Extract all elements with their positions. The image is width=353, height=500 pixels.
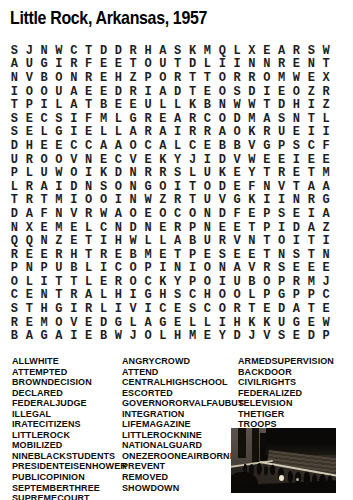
grid-cell: G bbox=[37, 58, 52, 72]
grid-cell: G bbox=[141, 289, 156, 303]
grid-cell: O bbox=[259, 71, 274, 85]
grid-cell: A bbox=[141, 316, 156, 330]
grid-cell: B bbox=[7, 329, 22, 343]
grid-cell: O bbox=[215, 289, 230, 303]
grid-cell: T bbox=[81, 234, 96, 248]
grid-cell: E bbox=[96, 71, 111, 85]
grid-cell: E bbox=[289, 262, 304, 276]
grid-cell: E bbox=[111, 98, 126, 112]
grid-cell: Z bbox=[52, 234, 67, 248]
grid-cell: A bbox=[304, 180, 319, 194]
grid-cell: E bbox=[230, 248, 245, 262]
grid-cell: A bbox=[230, 262, 245, 276]
grid-cell: D bbox=[170, 85, 185, 99]
grid-cell: C bbox=[200, 112, 215, 126]
grid-cell: D bbox=[274, 98, 289, 112]
grid-cell: P bbox=[274, 139, 289, 153]
grid-cell: I bbox=[111, 194, 126, 208]
grid-cell: E bbox=[96, 58, 111, 72]
grid-cell: O bbox=[22, 85, 37, 99]
grid-cell: K bbox=[96, 166, 111, 180]
word-list-item: GOVERNORORVALFAUBUS bbox=[122, 398, 244, 409]
grid-cell: C bbox=[111, 262, 126, 276]
grid-cell: L bbox=[170, 139, 185, 153]
grid-cell: I bbox=[259, 194, 274, 208]
grid-cell: E bbox=[22, 289, 37, 303]
grid-cell: L bbox=[230, 44, 245, 58]
grid-cell: E bbox=[37, 248, 52, 262]
grid-cell: A bbox=[66, 98, 81, 112]
grid-cell: U bbox=[200, 194, 215, 208]
grid-cell: Z bbox=[319, 98, 334, 112]
grid-cell: A bbox=[66, 85, 81, 99]
grid-cell: H bbox=[111, 234, 126, 248]
grid-cell: O bbox=[259, 275, 274, 289]
grid-cell: V bbox=[215, 194, 230, 208]
grid-cell: M bbox=[304, 275, 319, 289]
grid-cell: G bbox=[37, 329, 52, 343]
grid-cell: R bbox=[66, 58, 81, 72]
grid-cell: E bbox=[259, 302, 274, 316]
grid-cell: T bbox=[81, 248, 96, 262]
grid-cell: F bbox=[81, 112, 96, 126]
grid-cell: Q bbox=[215, 44, 230, 58]
grid-cell: E bbox=[126, 98, 141, 112]
grid-cell: B bbox=[126, 248, 141, 262]
grid-cell: D bbox=[66, 180, 81, 194]
grid-cell: E bbox=[274, 153, 289, 167]
grid-cell: T bbox=[185, 180, 200, 194]
grid-cell: S bbox=[52, 112, 67, 126]
word-list-item: CENTRALHIGHSCHOOL bbox=[122, 377, 244, 388]
grid-cell: A bbox=[215, 126, 230, 140]
grid-cell: H bbox=[170, 329, 185, 343]
grid-cell: H bbox=[230, 316, 245, 330]
grid-cell: W bbox=[245, 98, 260, 112]
grid-cell: I bbox=[274, 221, 289, 235]
grid-cell: O bbox=[155, 180, 170, 194]
grid-cell: E bbox=[304, 316, 319, 330]
grid-cell: U bbox=[200, 166, 215, 180]
grid-cell: V bbox=[66, 316, 81, 330]
grid-cell: Y bbox=[170, 153, 185, 167]
grid-cell: C bbox=[96, 221, 111, 235]
grid-cell: I bbox=[304, 126, 319, 140]
word-list-item: ESCORTED bbox=[122, 388, 244, 399]
grid-cell: E bbox=[52, 139, 67, 153]
grid-cell: E bbox=[22, 126, 37, 140]
grid-cell: E bbox=[319, 262, 334, 276]
grid-cell: N bbox=[289, 112, 304, 126]
grid-cell: I bbox=[259, 85, 274, 99]
grid-cell: Y bbox=[170, 275, 185, 289]
grid-cell: Y bbox=[215, 329, 230, 343]
grid-cell: D bbox=[126, 221, 141, 235]
grid-cell: C bbox=[66, 139, 81, 153]
grid-cell: E bbox=[245, 248, 260, 262]
grid-cell: R bbox=[185, 126, 200, 140]
grid-cell: I bbox=[66, 329, 81, 343]
grid-cell: I bbox=[319, 126, 334, 140]
grid-cell: E bbox=[22, 112, 37, 126]
grid-cell: M bbox=[37, 316, 52, 330]
word-list-item: ATTEMPTED bbox=[12, 367, 127, 378]
grid-cell: A bbox=[319, 207, 334, 221]
word-search-grid: SJNWCTDDRHASKMQLXEARSWAUGIRFEETOUTDLIINN… bbox=[7, 44, 334, 343]
word-list-item: MOBILIZED bbox=[12, 440, 127, 451]
grid-cell: D bbox=[215, 207, 230, 221]
word-list-item: ILLEGAL bbox=[12, 409, 127, 420]
grid-cell: S bbox=[170, 289, 185, 303]
grid-cell: W bbox=[245, 153, 260, 167]
grid-cell: T bbox=[304, 234, 319, 248]
grid-cell: E bbox=[304, 262, 319, 276]
grid-cell: T bbox=[304, 166, 319, 180]
grid-cell: V bbox=[230, 153, 245, 167]
grid-cell: N bbox=[37, 44, 52, 58]
grid-cell: L bbox=[81, 262, 96, 276]
grid-cell: O bbox=[141, 329, 156, 343]
word-list-item: PREVENT bbox=[122, 461, 244, 472]
grid-cell: S bbox=[274, 329, 289, 343]
grid-cell: C bbox=[185, 139, 200, 153]
grid-cell: E bbox=[289, 58, 304, 72]
grid-cell: E bbox=[22, 316, 37, 330]
grid-cell: N bbox=[274, 248, 289, 262]
grid-cell: E bbox=[289, 329, 304, 343]
grid-cell: M bbox=[319, 166, 334, 180]
grid-cell: A bbox=[22, 207, 37, 221]
grid-cell: N bbox=[126, 166, 141, 180]
central-high-school-photo bbox=[231, 428, 336, 493]
word-list-item: LITTLEROCK bbox=[12, 430, 127, 441]
grid-cell: O bbox=[215, 302, 230, 316]
grid-cell: O bbox=[126, 275, 141, 289]
grid-cell: R bbox=[289, 44, 304, 58]
grid-cell: E bbox=[81, 126, 96, 140]
grid-cell: O bbox=[126, 207, 141, 221]
grid-cell: T bbox=[185, 71, 200, 85]
grid-cell: I bbox=[81, 166, 96, 180]
grid-cell: H bbox=[200, 289, 215, 303]
grid-cell: R bbox=[170, 71, 185, 85]
grid-cell: E bbox=[66, 221, 81, 235]
grid-cell: L bbox=[185, 316, 200, 330]
grid-cell: E bbox=[215, 221, 230, 235]
grid-cell: M bbox=[52, 194, 67, 208]
grid-cell: E bbox=[319, 302, 334, 316]
grid-cell: L bbox=[319, 112, 334, 126]
grid-cell: U bbox=[155, 58, 170, 72]
grid-cell: G bbox=[52, 302, 67, 316]
grid-cell: W bbox=[52, 44, 67, 58]
grid-cell: N bbox=[170, 262, 185, 276]
grid-cell: N bbox=[81, 180, 96, 194]
grid-cell: P bbox=[37, 262, 52, 276]
grid-cell: A bbox=[155, 139, 170, 153]
grid-cell: E bbox=[289, 166, 304, 180]
word-list-item: PRESIDENTEISENHOWER bbox=[12, 461, 127, 472]
grid-cell: R bbox=[185, 112, 200, 126]
grid-cell: S bbox=[289, 139, 304, 153]
grid-cell: T bbox=[259, 166, 274, 180]
grid-cell: W bbox=[289, 71, 304, 85]
grid-cell: E bbox=[304, 71, 319, 85]
grid-cell: U bbox=[7, 153, 22, 167]
grid-cell: E bbox=[37, 221, 52, 235]
word-list-item: ARMEDSUPERVISION bbox=[238, 356, 334, 367]
grid-cell: H bbox=[37, 302, 52, 316]
grid-cell: Z bbox=[126, 71, 141, 85]
grid-cell: N bbox=[245, 58, 260, 72]
word-list-item: ANGRYCROWD bbox=[122, 356, 244, 367]
grid-cell: R bbox=[22, 180, 37, 194]
grid-cell: L bbox=[96, 302, 111, 316]
grid-cell: S bbox=[170, 44, 185, 58]
grid-cell: I bbox=[155, 262, 170, 276]
grid-cell: W bbox=[319, 44, 334, 58]
grid-cell: U bbox=[141, 98, 156, 112]
grid-cell: F bbox=[245, 180, 260, 194]
grid-cell: T bbox=[289, 180, 304, 194]
grid-cell: T bbox=[22, 302, 37, 316]
grid-cell: R bbox=[52, 248, 67, 262]
grid-cell: O bbox=[52, 316, 67, 330]
grid-cell: R bbox=[81, 71, 96, 85]
grid-cell: I bbox=[52, 58, 67, 72]
grid-cell: N bbox=[259, 180, 274, 194]
grid-cell: L bbox=[141, 234, 156, 248]
grid-cell: P bbox=[304, 289, 319, 303]
grid-cell: A bbox=[170, 234, 185, 248]
word-list-column-3: ARMEDSUPERVISIONBACKDOORCIVILRIGHTSFEDER… bbox=[238, 356, 334, 430]
grid-cell: I bbox=[170, 180, 185, 194]
word-list-item: REMOVED bbox=[122, 472, 244, 483]
grid-cell: R bbox=[259, 126, 274, 140]
grid-cell: I bbox=[289, 153, 304, 167]
grid-cell: T bbox=[37, 194, 52, 208]
grid-cell: P bbox=[185, 248, 200, 262]
grid-cell: L bbox=[200, 58, 215, 72]
grid-cell: O bbox=[37, 153, 52, 167]
grid-cell: U bbox=[274, 316, 289, 330]
grid-cell: S bbox=[96, 180, 111, 194]
grid-cell: S bbox=[7, 126, 22, 140]
grid-cell: N bbox=[37, 234, 52, 248]
grid-cell: E bbox=[111, 248, 126, 262]
grid-cell: E bbox=[170, 316, 185, 330]
grid-cell: F bbox=[230, 207, 245, 221]
grid-cell: D bbox=[96, 316, 111, 330]
grid-cell: N bbox=[200, 221, 215, 235]
grid-cell: P bbox=[289, 289, 304, 303]
grid-cell: E bbox=[245, 207, 260, 221]
grid-cell: A bbox=[319, 180, 334, 194]
photo-window bbox=[238, 428, 245, 458]
grid-cell: O bbox=[52, 153, 67, 167]
grid-cell: R bbox=[230, 302, 245, 316]
grid-cell: R bbox=[304, 194, 319, 208]
word-list-item: BROWNDECISION bbox=[12, 377, 127, 388]
grid-cell: G bbox=[52, 126, 67, 140]
grid-cell: Z bbox=[319, 221, 334, 235]
grid-cell: D bbox=[96, 44, 111, 58]
grid-cell: L bbox=[245, 289, 260, 303]
word-list-item: THETIGER bbox=[238, 409, 334, 420]
grid-cell: P bbox=[319, 329, 334, 343]
grid-cell: E bbox=[259, 44, 274, 58]
grid-cell: R bbox=[155, 166, 170, 180]
grid-cell: T bbox=[52, 289, 67, 303]
grid-cell: P bbox=[259, 207, 274, 221]
word-list-item: TELEVISION bbox=[238, 398, 334, 409]
grid-cell: L bbox=[155, 329, 170, 343]
grid-cell: E bbox=[230, 180, 245, 194]
word-list-item: PUBLICOPINION bbox=[12, 472, 127, 483]
grid-cell: X bbox=[319, 71, 334, 85]
grid-cell: E bbox=[274, 85, 289, 99]
grid-cell: A bbox=[7, 58, 22, 72]
grid-cell: S bbox=[7, 44, 22, 58]
grid-cell: D bbox=[230, 112, 245, 126]
grid-cell: L bbox=[155, 98, 170, 112]
grid-cell: I bbox=[141, 85, 156, 99]
grid-cell: D bbox=[111, 44, 126, 58]
grid-cell: L bbox=[22, 166, 37, 180]
grid-cell: I bbox=[215, 316, 230, 330]
grid-cell: F bbox=[81, 58, 96, 72]
grid-cell: T bbox=[185, 194, 200, 208]
grid-cell: D bbox=[304, 329, 319, 343]
grid-cell: H bbox=[155, 289, 170, 303]
grid-cell: N bbox=[66, 71, 81, 85]
grid-cell: D bbox=[289, 221, 304, 235]
grid-cell: E bbox=[96, 85, 111, 99]
grid-cell: O bbox=[96, 194, 111, 208]
grid-cell: E bbox=[37, 139, 52, 153]
grid-cell: A bbox=[37, 180, 52, 194]
grid-cell: E bbox=[230, 166, 245, 180]
grid-cell: E bbox=[81, 85, 96, 99]
grid-cell: A bbox=[170, 112, 185, 126]
grid-cell: R bbox=[215, 234, 230, 248]
grid-cell: N bbox=[7, 221, 22, 235]
grid-cell: D bbox=[111, 166, 126, 180]
grid-cell: W bbox=[126, 234, 141, 248]
word-list-item: FEDERALIZED bbox=[238, 388, 334, 399]
grid-cell: I bbox=[96, 234, 111, 248]
grid-cell: I bbox=[7, 85, 22, 99]
grid-cell: L bbox=[170, 98, 185, 112]
grid-cell: N bbox=[52, 207, 67, 221]
grid-cell: I bbox=[96, 262, 111, 276]
grid-cell: I bbox=[185, 262, 200, 276]
grid-cell: Z bbox=[155, 194, 170, 208]
grid-cell: R bbox=[230, 71, 245, 85]
grid-cell: J bbox=[22, 44, 37, 58]
grid-cell: N bbox=[200, 207, 215, 221]
grid-cell: L bbox=[126, 316, 141, 330]
grid-cell: I bbox=[304, 207, 319, 221]
word-list-item: ONEZEROONEAIRBORNE bbox=[122, 451, 244, 462]
grid-cell: B bbox=[37, 71, 52, 85]
grid-cell: T bbox=[319, 58, 334, 72]
grid-cell: L bbox=[200, 316, 215, 330]
grid-cell: H bbox=[289, 98, 304, 112]
grid-cell: B bbox=[96, 98, 111, 112]
grid-cell: I bbox=[66, 112, 81, 126]
grid-cell: R bbox=[259, 262, 274, 276]
grid-cell: V bbox=[274, 180, 289, 194]
grid-cell: T bbox=[200, 71, 215, 85]
grid-cell: R bbox=[289, 275, 304, 289]
grid-cell: O bbox=[274, 234, 289, 248]
grid-cell: G bbox=[259, 139, 274, 153]
grid-cell: U bbox=[52, 262, 67, 276]
photo-window bbox=[252, 428, 259, 462]
grid-cell: I bbox=[66, 194, 81, 208]
grid-cell: O bbox=[200, 275, 215, 289]
grid-cell: E bbox=[289, 126, 304, 140]
grid-cell: M bbox=[141, 248, 156, 262]
grid-cell: T bbox=[66, 275, 81, 289]
grid-cell: O bbox=[126, 262, 141, 276]
grid-cell: G bbox=[319, 194, 334, 208]
grid-cell: K bbox=[259, 316, 274, 330]
grid-cell: P bbox=[7, 262, 22, 276]
grid-cell: K bbox=[215, 166, 230, 180]
grid-cell: V bbox=[22, 71, 37, 85]
grid-cell: A bbox=[22, 329, 37, 343]
grid-cell: V bbox=[230, 234, 245, 248]
grid-cell: P bbox=[259, 221, 274, 235]
grid-cell: D bbox=[274, 302, 289, 316]
grid-cell: E bbox=[22, 248, 37, 262]
grid-cell: A bbox=[259, 112, 274, 126]
grid-cell: R bbox=[170, 221, 185, 235]
grid-cell: O bbox=[66, 166, 81, 180]
grid-cell: R bbox=[66, 289, 81, 303]
grid-cell: O bbox=[200, 262, 215, 276]
grid-cell: O bbox=[230, 126, 245, 140]
grid-cell: C bbox=[66, 44, 81, 58]
grid-cell: B bbox=[185, 234, 200, 248]
grid-cell: N bbox=[289, 194, 304, 208]
grid-cell: V bbox=[245, 139, 260, 153]
grid-cell: L bbox=[37, 126, 52, 140]
grid-cell: A bbox=[155, 126, 170, 140]
grid-cell: D bbox=[185, 58, 200, 72]
grid-cell: I bbox=[200, 153, 215, 167]
grid-cell: A bbox=[111, 139, 126, 153]
grid-cell: R bbox=[22, 153, 37, 167]
grid-cell: D bbox=[111, 85, 126, 99]
grid-cell: T bbox=[81, 44, 96, 58]
grid-cell: F bbox=[319, 139, 334, 153]
grid-cell: W bbox=[52, 166, 67, 180]
grid-cell: E bbox=[200, 329, 215, 343]
grid-cell: A bbox=[155, 44, 170, 58]
grid-cell: A bbox=[274, 44, 289, 58]
grid-cell: C bbox=[155, 302, 170, 316]
grid-cell: I bbox=[274, 194, 289, 208]
grid-cell: N bbox=[111, 221, 126, 235]
word-list-item: SUPREMECOURT bbox=[12, 493, 127, 500]
grid-cell: I bbox=[215, 58, 230, 72]
grid-cell: P bbox=[185, 221, 200, 235]
grid-cell: O bbox=[81, 194, 96, 208]
grid-cell: J bbox=[319, 275, 334, 289]
